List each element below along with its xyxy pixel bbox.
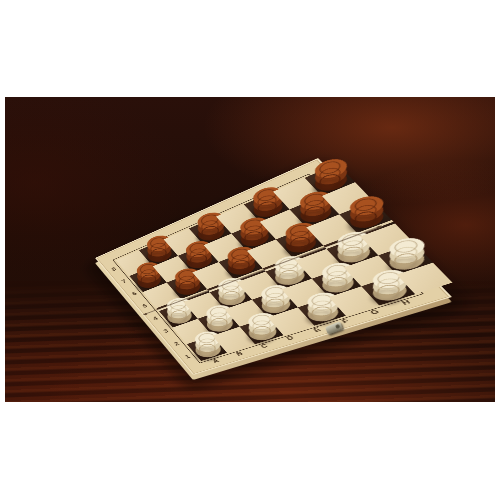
product-photo-page: ●●●●●●●●●●●●●●●●●●●●●●●● ABCDEFGH8765432…	[0, 0, 500, 500]
